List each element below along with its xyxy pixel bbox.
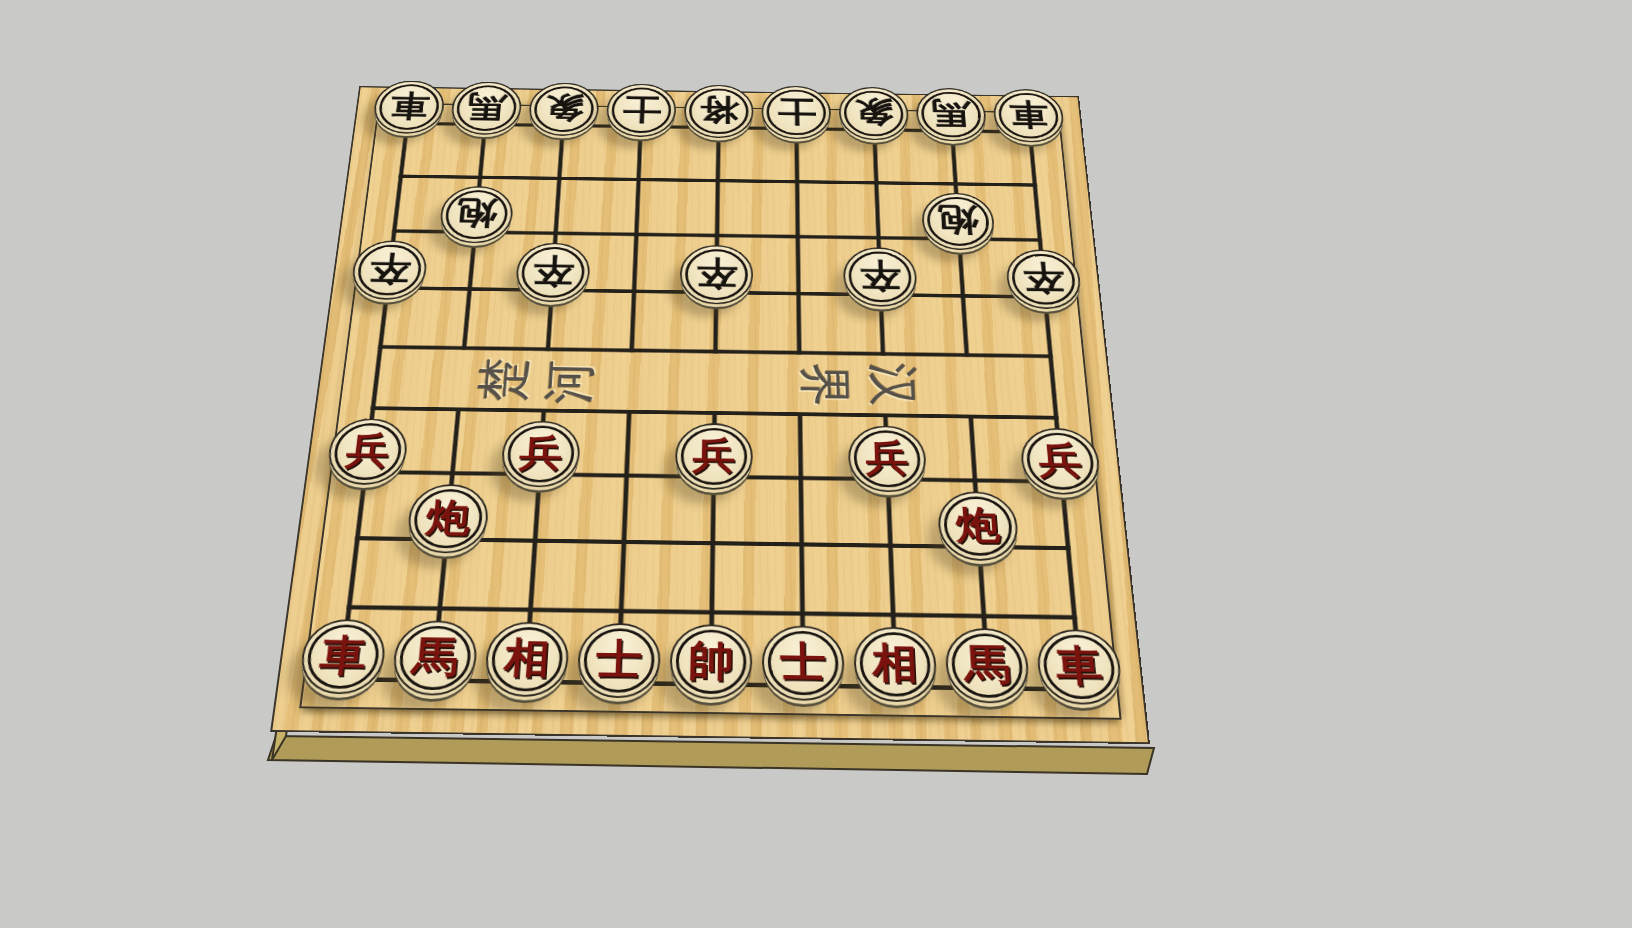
black-horse-left-glyph: 馬 xyxy=(466,92,507,122)
black-elephant-left-glyph: 象 xyxy=(544,93,585,123)
red-soldier-3-glyph: 兵 xyxy=(692,436,736,474)
red-chariot-right-glyph: 車 xyxy=(1054,644,1104,687)
black-horse-right-glyph: 馬 xyxy=(931,98,972,128)
black-cannon-left-glyph: 炮 xyxy=(455,197,498,229)
black-cannon-right-glyph: 炮 xyxy=(937,204,979,236)
piece-black-soldier-3[interactable]: 卒 xyxy=(679,244,753,304)
black-soldier-5-glyph: 卒 xyxy=(1022,261,1066,295)
red-soldier-5-glyph: 兵 xyxy=(1037,441,1084,479)
red-elephant-left-glyph: 相 xyxy=(503,636,552,678)
black-advisor-right-glyph: 士 xyxy=(777,96,816,126)
piece-red-general[interactable]: 帥 xyxy=(669,623,752,699)
xiangqi-board: 楚 河 界 汉 車馬象士将士象馬車炮炮卒卒卒卒卒兵兵兵兵兵炮炮車馬相士帥士相馬車 xyxy=(270,86,1150,744)
xiangqi-scene: 楚 河 界 汉 車馬象士将士象馬車炮炮卒卒卒卒卒兵兵兵兵兵炮炮車馬相士帥士相馬車 xyxy=(0,0,1632,928)
red-horse-left-glyph: 馬 xyxy=(410,635,460,677)
black-elephant-right-glyph: 象 xyxy=(854,97,894,127)
black-chariot-left-glyph: 車 xyxy=(388,91,430,121)
pieces-layer: 車馬象士将士象馬車炮炮卒卒卒卒卒兵兵兵兵兵炮炮車馬相士帥士相馬車 xyxy=(359,86,1079,96)
red-soldier-1-glyph: 兵 xyxy=(344,431,392,469)
river-inscription-char: 楚 xyxy=(472,354,535,405)
black-general-glyph: 将 xyxy=(699,95,738,125)
piece-black-general[interactable]: 将 xyxy=(684,84,754,138)
red-advisor-right-glyph: 士 xyxy=(780,640,826,682)
river-inscription-char: 河 xyxy=(538,357,600,408)
piece-black-advisor-right[interactable]: 士 xyxy=(762,85,832,139)
board-tilt-wrapper: 楚 河 界 汉 車馬象士将士象馬車炮炮卒卒卒卒卒兵兵兵兵兵炮炮車馬相士帥士相馬車 xyxy=(270,0,1162,744)
river-inscription-char: 汉 xyxy=(863,360,924,411)
black-chariot-right-glyph: 車 xyxy=(1008,100,1049,130)
black-advisor-left-glyph: 士 xyxy=(621,94,661,124)
red-general-glyph: 帥 xyxy=(688,639,735,681)
red-horse-right-glyph: 馬 xyxy=(963,642,1012,685)
red-elephant-right-glyph: 相 xyxy=(871,641,919,683)
black-soldier-2-glyph: 卒 xyxy=(532,254,575,288)
black-soldier-1-glyph: 卒 xyxy=(367,252,412,286)
red-cannon-left-glyph: 炮 xyxy=(424,497,472,536)
piece-red-soldier-3[interactable]: 兵 xyxy=(674,423,752,490)
red-soldier-2-glyph: 兵 xyxy=(518,434,564,472)
black-soldier-4-glyph: 卒 xyxy=(859,259,901,293)
black-soldier-3-glyph: 卒 xyxy=(696,256,737,290)
red-advisor-left-glyph: 士 xyxy=(595,637,643,679)
river-inscription-char: 界 xyxy=(795,360,855,411)
red-cannon-right-glyph: 炮 xyxy=(955,505,1002,544)
red-chariot-left-glyph: 車 xyxy=(318,634,369,676)
red-soldier-4-glyph: 兵 xyxy=(865,439,910,477)
